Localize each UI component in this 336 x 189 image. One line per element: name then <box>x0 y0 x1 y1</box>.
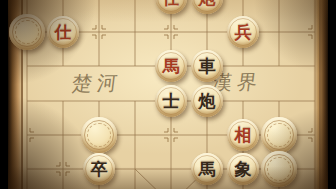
piece-red-elephant-g7[interactable]: 相 <box>227 119 259 151</box>
red-horse-glyph: 馬 <box>163 58 180 75</box>
piece-red-advisor-b4[interactable]: 仕 <box>47 16 79 48</box>
piece-red-soldier-g4[interactable]: 兵 <box>227 16 259 48</box>
piece-black-elephant-g8[interactable]: 象 <box>227 153 259 185</box>
piece-hidden-c7[interactable] <box>81 117 117 153</box>
black-cannon-glyph: 炮 <box>199 93 216 110</box>
piece-black-soldier-c8[interactable]: 卒 <box>83 153 115 185</box>
piece-red-advisor-e3[interactable]: 仕 <box>155 0 187 14</box>
red-advisor-glyph: 仕 <box>163 0 180 7</box>
black-advisor-glyph: 士 <box>163 93 180 110</box>
letterbox-right-bar <box>328 0 336 189</box>
black-chariot-glyph: 車 <box>199 58 216 75</box>
black-horse-glyph: 馬 <box>199 161 216 178</box>
video-frame: 楚河 漢界 仕炮仕兵馬車士炮相卒馬象 <box>0 0 336 189</box>
piece-red-cannon-f3[interactable]: 炮 <box>191 0 223 14</box>
piece-black-advisor-e6[interactable]: 士 <box>155 85 187 117</box>
red-cannon-glyph: 炮 <box>199 0 216 7</box>
black-elephant-glyph: 象 <box>235 161 252 178</box>
piece-black-horse-f8[interactable]: 馬 <box>191 153 223 185</box>
red-soldier-glyph: 兵 <box>235 24 252 41</box>
piece-red-horse-e5[interactable]: 馬 <box>155 50 187 82</box>
piece-hidden-a4[interactable] <box>9 14 45 50</box>
red-advisor-glyph: 仕 <box>55 24 72 41</box>
piece-black-chariot-f5[interactable]: 車 <box>191 50 223 82</box>
pieces-layer: 仕炮仕兵馬車士炮相卒馬象 <box>0 0 336 189</box>
red-elephant-glyph: 相 <box>235 127 252 144</box>
black-soldier-glyph: 卒 <box>91 161 108 178</box>
piece-black-cannon-f6[interactable]: 炮 <box>191 85 223 117</box>
piece-hidden-h7[interactable] <box>261 117 297 153</box>
piece-hidden-h8[interactable] <box>261 151 297 187</box>
letterbox-left-bar <box>0 0 8 189</box>
